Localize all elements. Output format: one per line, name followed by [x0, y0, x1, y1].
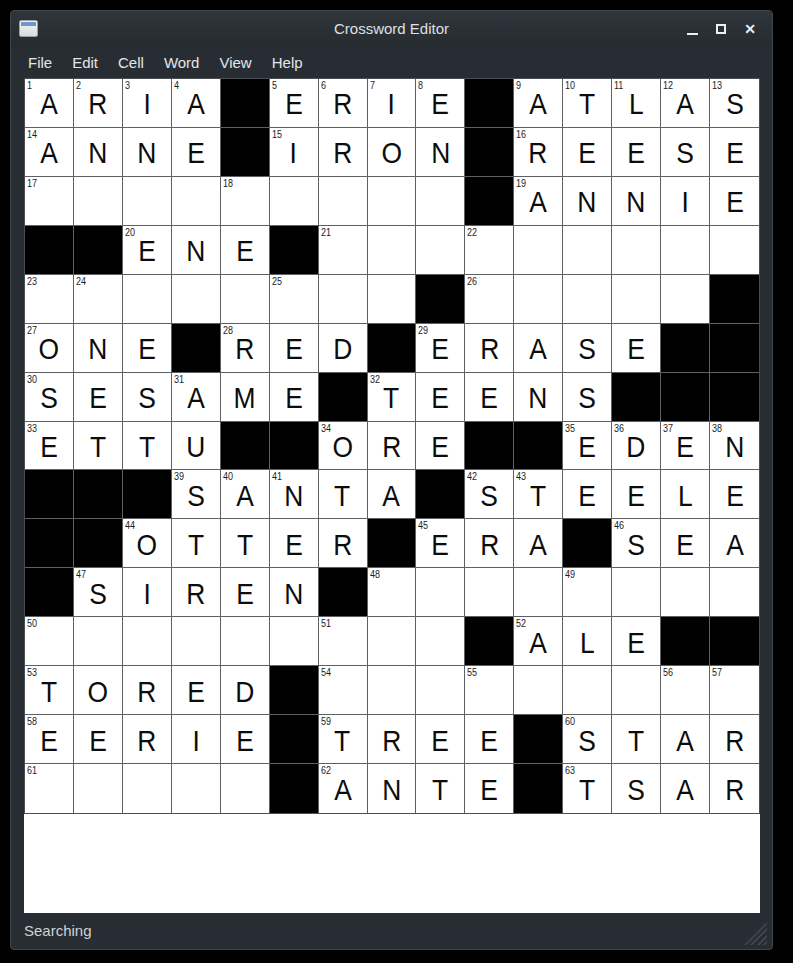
grid-cell[interactable]: E: [612, 128, 661, 177]
black-cell[interactable]: [563, 519, 612, 568]
grid-cell[interactable]: O: [74, 666, 123, 715]
cell-number: 63: [565, 765, 575, 776]
cell-letter: A: [383, 476, 401, 513]
grid-cell[interactable]: 35E: [563, 422, 612, 471]
grid-cell[interactable]: T: [123, 422, 172, 471]
grid-cell[interactable]: A: [661, 764, 710, 813]
menu-edit[interactable]: Edit: [62, 47, 108, 78]
black-cell[interactable]: [710, 617, 759, 666]
cell-letter: E: [432, 378, 450, 415]
grid-cell[interactable]: E: [710, 177, 759, 226]
grid-cell[interactable]: 38N: [710, 422, 759, 471]
grid-cell[interactable]: E: [612, 324, 661, 373]
grid-cell[interactable]: 14A: [25, 128, 74, 177]
grid-cell[interactable]: 62A: [319, 764, 368, 813]
grid-cell[interactable]: N: [172, 226, 221, 275]
grid-cell[interactable]: 11L: [612, 79, 661, 128]
black-cell[interactable]: [123, 470, 172, 519]
resize-grip-icon[interactable]: [744, 922, 767, 945]
grid-cell[interactable]: [368, 177, 417, 226]
grid-cell[interactable]: [514, 666, 563, 715]
grid-cell[interactable]: E: [123, 324, 172, 373]
grid-cell[interactable]: [368, 666, 417, 715]
grid-cell[interactable]: E: [563, 128, 612, 177]
maximize-icon: [716, 24, 726, 34]
cell-number: 7: [370, 80, 375, 91]
cell-number: 31: [174, 374, 184, 385]
grid-cell[interactable]: [270, 177, 319, 226]
grid-cell[interactable]: 39S: [172, 470, 221, 519]
cell-letter: E: [627, 476, 645, 513]
grid-cell[interactable]: E: [465, 715, 514, 764]
minimize-button[interactable]: [685, 19, 699, 39]
grid-cell[interactable]: E: [416, 715, 465, 764]
grid-cell[interactable]: 59T: [319, 715, 368, 764]
grid-cell[interactable]: 56: [661, 666, 710, 715]
grid-cell[interactable]: N: [514, 373, 563, 422]
black-cell[interactable]: [319, 568, 368, 617]
grid-cell[interactable]: R: [368, 422, 417, 471]
black-cell[interactable]: [465, 79, 514, 128]
black-cell[interactable]: [319, 373, 368, 422]
grid-cell[interactable]: [123, 764, 172, 813]
grid-cell[interactable]: S: [661, 128, 710, 177]
grid-cell[interactable]: [612, 275, 661, 324]
grid-cell[interactable]: 48: [368, 568, 417, 617]
black-cell[interactable]: [270, 422, 319, 471]
black-cell[interactable]: [270, 226, 319, 275]
titlebar[interactable]: Crossword Editor ✕: [11, 11, 772, 47]
cell-letter: T: [579, 770, 595, 807]
grid-cell[interactable]: N: [123, 128, 172, 177]
cell-letter: T: [579, 84, 595, 121]
grid-cell[interactable]: E: [710, 128, 759, 177]
grid-cell[interactable]: 55: [465, 666, 514, 715]
grid-cell[interactable]: N: [368, 764, 417, 813]
grid-cell[interactable]: A: [710, 519, 759, 568]
grid-cell[interactable]: D: [221, 666, 270, 715]
grid-cell[interactable]: [612, 226, 661, 275]
black-cell[interactable]: [25, 470, 74, 519]
black-cell[interactable]: [368, 324, 417, 373]
grid-cell[interactable]: [319, 275, 368, 324]
grid-cell[interactable]: [514, 568, 563, 617]
black-cell[interactable]: [612, 373, 661, 422]
cell-letter: U: [186, 427, 205, 464]
cell-number: 13: [712, 80, 722, 91]
grid-cell[interactable]: [172, 275, 221, 324]
grid-cell[interactable]: 57: [710, 666, 759, 715]
grid-cell[interactable]: I: [172, 715, 221, 764]
grid-cell[interactable]: 47S: [74, 568, 123, 617]
black-cell[interactable]: [74, 470, 123, 519]
cell-number: 52: [516, 618, 526, 629]
black-cell[interactable]: [270, 715, 319, 764]
grid-cell[interactable]: [172, 177, 221, 226]
grid-cell[interactable]: R: [710, 715, 759, 764]
cell-number: 53: [27, 667, 37, 678]
grid-cell[interactable]: S: [123, 373, 172, 422]
cell-letter: E: [481, 378, 499, 415]
grid-cell[interactable]: 28R: [221, 324, 270, 373]
black-cell[interactable]: [514, 715, 563, 764]
grid-cell[interactable]: T: [612, 715, 661, 764]
grid-cell[interactable]: R: [465, 324, 514, 373]
grid-cell[interactable]: E: [416, 422, 465, 471]
grid-cell[interactable]: A: [514, 324, 563, 373]
grid-cell[interactable]: E: [74, 715, 123, 764]
cell-number: 49: [565, 569, 575, 580]
grid-cell[interactable]: 42S: [465, 470, 514, 519]
grid-cell[interactable]: E: [710, 470, 759, 519]
grid-cell[interactable]: 53T: [25, 666, 74, 715]
black-cell[interactable]: [661, 617, 710, 666]
grid-cell[interactable]: 8E: [416, 79, 465, 128]
cell-letter: R: [382, 721, 401, 758]
grid-cell[interactable]: 44O: [123, 519, 172, 568]
grid-cell[interactable]: T: [221, 519, 270, 568]
grid-cell[interactable]: 16R: [514, 128, 563, 177]
grid-cell[interactable]: 10T: [563, 79, 612, 128]
black-cell[interactable]: [74, 226, 123, 275]
black-cell[interactable]: [270, 764, 319, 813]
grid-cell[interactable]: 50: [25, 617, 74, 666]
black-cell[interactable]: [465, 422, 514, 471]
black-cell[interactable]: [270, 666, 319, 715]
grid-cell[interactable]: E: [221, 715, 270, 764]
grid-cell[interactable]: E: [221, 568, 270, 617]
cell-letter: S: [627, 525, 645, 562]
cell-letter: N: [627, 182, 646, 219]
cell-letter: N: [431, 133, 450, 170]
cell-number: 23: [27, 276, 37, 287]
grid-cell[interactable]: [465, 568, 514, 617]
grid-cell[interactable]: [172, 764, 221, 813]
grid-cell[interactable]: [661, 226, 710, 275]
grid-cell[interactable]: [710, 568, 759, 617]
grid-cell[interactable]: [123, 617, 172, 666]
grid-cell[interactable]: R: [710, 764, 759, 813]
grid-cell[interactable]: 32T: [368, 373, 417, 422]
grid-cell[interactable]: L: [661, 470, 710, 519]
grid-cell[interactable]: [416, 666, 465, 715]
grid-cell[interactable]: 45E: [416, 519, 465, 568]
grid-cell[interactable]: [221, 275, 270, 324]
grid-cell[interactable]: 26: [465, 275, 514, 324]
cell-number: 42: [467, 471, 477, 482]
grid-cell[interactable]: [319, 177, 368, 226]
cell-letter: T: [334, 476, 350, 513]
grid-cell[interactable]: 37E: [661, 422, 710, 471]
cell-letter: E: [676, 525, 694, 562]
grid-cell[interactable]: [416, 568, 465, 617]
grid-cell[interactable]: [612, 666, 661, 715]
cell-number: 21: [321, 227, 331, 238]
menu-cell[interactable]: Cell: [108, 47, 154, 78]
cell-letter: R: [382, 427, 401, 464]
grid-cell[interactable]: R: [368, 715, 417, 764]
grid-cell[interactable]: 49: [563, 568, 612, 617]
grid-cell[interactable]: 15I: [270, 128, 319, 177]
black-cell[interactable]: [25, 519, 74, 568]
grid-cell[interactable]: 41N: [270, 470, 319, 519]
grid-cell[interactable]: [416, 226, 465, 275]
grid-cell[interactable]: R: [123, 666, 172, 715]
grid-cell[interactable]: R: [172, 568, 221, 617]
menu-word[interactable]: Word: [154, 47, 210, 78]
grid-cell[interactable]: 46S: [612, 519, 661, 568]
grid-cell[interactable]: [563, 275, 612, 324]
black-cell[interactable]: [465, 617, 514, 666]
grid-cell[interactable]: [270, 617, 319, 666]
grid-cell[interactable]: [710, 226, 759, 275]
grid-cell[interactable]: O: [368, 128, 417, 177]
grid-cell[interactable]: 30S: [25, 373, 74, 422]
cell-letter: A: [529, 623, 547, 660]
black-cell[interactable]: [710, 275, 759, 324]
cell-number: 29: [418, 325, 428, 336]
grid-cell[interactable]: E: [465, 764, 514, 813]
grid-cell[interactable]: 4A: [172, 79, 221, 128]
cell-letter: N: [284, 574, 303, 611]
cell-letter: R: [333, 525, 352, 562]
grid-cell[interactable]: 29E: [416, 324, 465, 373]
grid-cell[interactable]: [172, 617, 221, 666]
grid-cell[interactable]: E: [270, 373, 319, 422]
black-cell[interactable]: [465, 177, 514, 226]
grid-cell[interactable]: E: [74, 373, 123, 422]
cell-number: 54: [321, 667, 331, 678]
grid-cell[interactable]: A: [661, 715, 710, 764]
cell-number: 37: [663, 423, 673, 434]
grid-cell[interactable]: 58E: [25, 715, 74, 764]
statusbar: Searching: [11, 912, 772, 949]
grid-cell[interactable]: [368, 275, 417, 324]
grid-cell[interactable]: N: [612, 177, 661, 226]
cell-letter: S: [481, 476, 499, 513]
editor-canvas: 1A2R3I4A5E6R7I8E9A10T11L12A13S14ANNE15IR…: [24, 78, 760, 913]
cell-number: 50: [27, 618, 37, 629]
grid-cell[interactable]: E: [270, 324, 319, 373]
cell-number: 33: [27, 423, 37, 434]
grid-cell[interactable]: 6R: [319, 79, 368, 128]
grid-cell[interactable]: [123, 177, 172, 226]
cell-number: 34: [321, 423, 331, 434]
grid-cell[interactable]: I: [123, 568, 172, 617]
grid-cell[interactable]: [221, 764, 270, 813]
grid-cell[interactable]: S: [612, 764, 661, 813]
cell-letter: E: [187, 133, 205, 170]
black-cell[interactable]: [221, 128, 270, 177]
cell-letter: E: [138, 231, 156, 268]
maximize-button[interactable]: [714, 19, 728, 39]
grid-cell[interactable]: 40A: [221, 470, 270, 519]
close-button[interactable]: ✕: [743, 19, 757, 39]
cell-letter: A: [40, 133, 58, 170]
grid-cell[interactable]: [563, 666, 612, 715]
grid-cell[interactable]: E: [221, 226, 270, 275]
grid-cell[interactable]: E: [612, 470, 661, 519]
grid-cell[interactable]: 22: [465, 226, 514, 275]
grid-cell[interactable]: 21: [319, 226, 368, 275]
black-cell[interactable]: [25, 226, 74, 275]
grid-cell[interactable]: T: [416, 764, 465, 813]
grid-cell[interactable]: 7I: [368, 79, 417, 128]
cell-letter: R: [725, 770, 744, 807]
cell-number: 41: [272, 471, 282, 482]
grid-cell[interactable]: [514, 226, 563, 275]
cell-number: 25: [272, 276, 282, 287]
grid-cell[interactable]: [612, 568, 661, 617]
grid-cell[interactable]: 60S: [563, 715, 612, 764]
grid-cell[interactable]: 43T: [514, 470, 563, 519]
grid-cell[interactable]: S: [563, 373, 612, 422]
black-cell[interactable]: [661, 373, 710, 422]
grid-cell[interactable]: E: [612, 617, 661, 666]
cell-number: 6: [321, 80, 326, 91]
black-cell[interactable]: [221, 79, 270, 128]
grid-cell[interactable]: [416, 617, 465, 666]
grid-cell[interactable]: E: [465, 373, 514, 422]
cell-number: 39: [174, 471, 184, 482]
grid-cell[interactable]: N: [74, 128, 123, 177]
grid-cell[interactable]: 19A: [514, 177, 563, 226]
grid-cell[interactable]: R: [319, 128, 368, 177]
cell-letter: A: [187, 378, 205, 415]
grid-cell[interactable]: N: [270, 568, 319, 617]
grid-cell[interactable]: 17: [25, 177, 74, 226]
grid-cell[interactable]: 2R: [74, 79, 123, 128]
grid-cell[interactable]: E: [270, 519, 319, 568]
grid-cell[interactable]: 9A: [514, 79, 563, 128]
grid-cell[interactable]: U: [172, 422, 221, 471]
grid-cell[interactable]: [661, 568, 710, 617]
black-cell[interactable]: [465, 128, 514, 177]
grid-cell[interactable]: A: [514, 519, 563, 568]
grid-cell[interactable]: T: [172, 519, 221, 568]
cell-letter: E: [578, 476, 596, 513]
grid-cell[interactable]: 1A: [25, 79, 74, 128]
black-cell[interactable]: [416, 275, 465, 324]
cell-number: 38: [712, 423, 722, 434]
cell-letter: A: [529, 525, 547, 562]
grid-cell[interactable]: 33E: [25, 422, 74, 471]
black-cell[interactable]: [416, 470, 465, 519]
cell-letter: N: [88, 329, 107, 366]
menu-file[interactable]: File: [18, 47, 62, 78]
grid-cell[interactable]: R: [319, 519, 368, 568]
cell-number: 61: [27, 765, 37, 776]
grid-cell[interactable]: E: [563, 470, 612, 519]
grid-cell[interactable]: 52A: [514, 617, 563, 666]
grid-cell[interactable]: D: [319, 324, 368, 373]
cell-number: 9: [516, 80, 521, 91]
window-title: Crossword Editor: [11, 11, 772, 47]
grid-cell[interactable]: 18: [221, 177, 270, 226]
grid-cell[interactable]: 54: [319, 666, 368, 715]
black-cell[interactable]: [172, 324, 221, 373]
black-cell[interactable]: [25, 568, 74, 617]
grid-cell[interactable]: 23: [25, 275, 74, 324]
grid-cell[interactable]: E: [661, 519, 710, 568]
grid-cell[interactable]: 20E: [123, 226, 172, 275]
grid-cell[interactable]: S: [563, 324, 612, 373]
cell-letter: T: [139, 427, 155, 464]
black-cell[interactable]: [661, 324, 710, 373]
grid-cell[interactable]: L: [563, 617, 612, 666]
black-cell[interactable]: [368, 519, 417, 568]
grid-cell[interactable]: M: [221, 373, 270, 422]
grid-cell[interactable]: N: [74, 324, 123, 373]
cell-letter: T: [334, 721, 350, 758]
cell-number: 19: [516, 178, 526, 189]
grid-cell[interactable]: [368, 617, 417, 666]
grid-cell[interactable]: [74, 177, 123, 226]
black-cell[interactable]: [74, 519, 123, 568]
grid-cell[interactable]: T: [319, 470, 368, 519]
grid-cell[interactable]: 63T: [563, 764, 612, 813]
grid-cell[interactable]: 24: [74, 275, 123, 324]
grid-cell[interactable]: A: [368, 470, 417, 519]
grid-cell[interactable]: [514, 275, 563, 324]
black-cell[interactable]: [710, 324, 759, 373]
grid-cell[interactable]: E: [172, 128, 221, 177]
grid-cell[interactable]: N: [416, 128, 465, 177]
black-cell[interactable]: [710, 373, 759, 422]
grid-cell[interactable]: [368, 226, 417, 275]
grid-cell[interactable]: [123, 275, 172, 324]
grid-cell[interactable]: N: [563, 177, 612, 226]
grid-cell[interactable]: 36D: [612, 422, 661, 471]
cell-number: 58: [27, 716, 37, 727]
grid-cell[interactable]: I: [661, 177, 710, 226]
status-text: Searching: [24, 922, 92, 939]
black-cell[interactable]: [514, 764, 563, 813]
black-cell[interactable]: [221, 422, 270, 471]
grid-cell[interactable]: 12A: [661, 79, 710, 128]
grid-cell[interactable]: T: [74, 422, 123, 471]
black-cell[interactable]: [514, 422, 563, 471]
grid-cell[interactable]: 31A: [172, 373, 221, 422]
cell-number: 18: [223, 178, 233, 189]
grid-cell[interactable]: E: [416, 373, 465, 422]
cell-number: 60: [565, 716, 575, 727]
grid-cell[interactable]: E: [172, 666, 221, 715]
grid-cell[interactable]: [563, 226, 612, 275]
cell-number: 46: [614, 520, 624, 531]
grid-cell[interactable]: 51: [319, 617, 368, 666]
menu-help[interactable]: Help: [262, 47, 313, 78]
menu-view[interactable]: View: [209, 47, 261, 78]
cell-number: 45: [418, 520, 428, 531]
cell-letter: A: [334, 770, 352, 807]
grid-cell[interactable]: 5E: [270, 79, 319, 128]
grid-cell[interactable]: [416, 177, 465, 226]
grid-cell[interactable]: 34O: [319, 422, 368, 471]
grid-cell[interactable]: [661, 275, 710, 324]
cell-letter: N: [382, 770, 401, 807]
grid-cell[interactable]: R: [123, 715, 172, 764]
grid-cell[interactable]: 13S: [710, 79, 759, 128]
grid-cell[interactable]: [221, 617, 270, 666]
grid-cell[interactable]: R: [465, 519, 514, 568]
grid-cell[interactable]: 61: [25, 764, 74, 813]
grid-cell[interactable]: 27O: [25, 324, 74, 373]
grid-cell[interactable]: 25: [270, 275, 319, 324]
grid-cell[interactable]: [74, 764, 123, 813]
grid-cell[interactable]: [74, 617, 123, 666]
grid-cell[interactable]: 3I: [123, 79, 172, 128]
